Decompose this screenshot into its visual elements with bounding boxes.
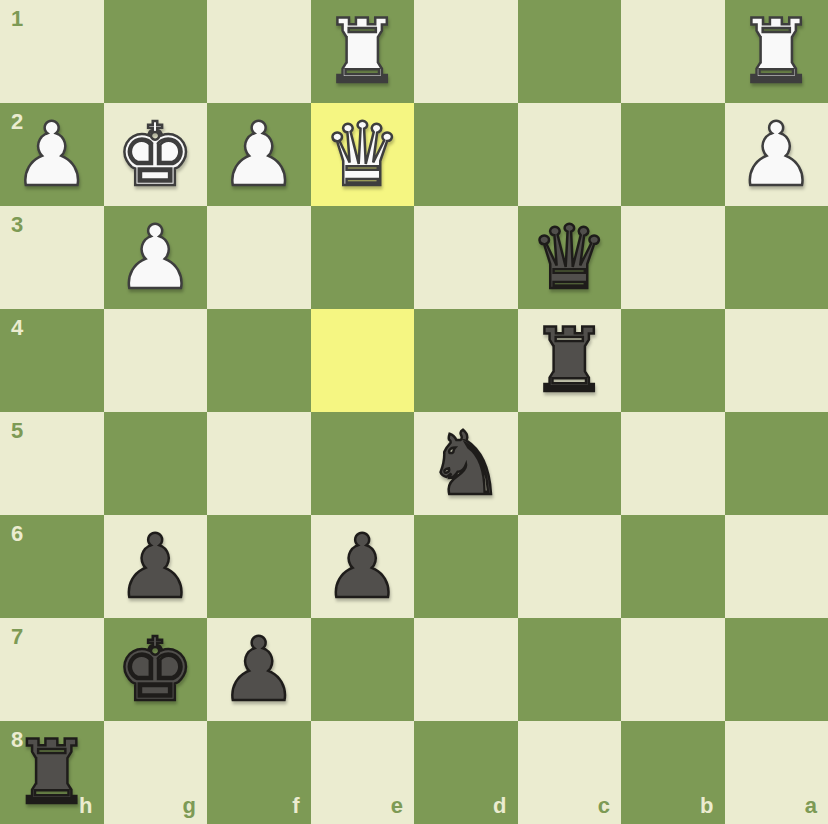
white-rook[interactable]: ♜ <box>737 8 816 96</box>
square-g4[interactable] <box>104 309 208 412</box>
square-e6[interactable]: ♟ <box>311 515 415 618</box>
black-rook[interactable]: ♜ <box>530 317 609 405</box>
square-a1[interactable]: ♜ <box>725 0 828 103</box>
square-c6[interactable] <box>518 515 622 618</box>
square-h5[interactable]: 5 <box>0 412 104 515</box>
square-d5[interactable]: ♞ <box>414 412 518 515</box>
square-c2[interactable] <box>518 103 622 206</box>
square-b3[interactable] <box>621 206 725 309</box>
square-c8[interactable]: c <box>518 721 622 824</box>
square-f1[interactable] <box>207 0 311 103</box>
rank-label-6: 6 <box>11 521 23 547</box>
square-c4[interactable]: ♜ <box>518 309 622 412</box>
square-d6[interactable] <box>414 515 518 618</box>
black-pawn[interactable]: ♟ <box>116 523 195 611</box>
square-a6[interactable] <box>725 515 828 618</box>
file-label-c: c <box>598 793 610 819</box>
square-h1[interactable]: 1 <box>0 0 104 103</box>
white-king[interactable]: ♚ <box>116 111 195 199</box>
square-f8[interactable]: f <box>207 721 311 824</box>
square-e5[interactable] <box>311 412 415 515</box>
square-c1[interactable] <box>518 0 622 103</box>
square-b5[interactable] <box>621 412 725 515</box>
square-g6[interactable]: ♟ <box>104 515 208 618</box>
square-a3[interactable] <box>725 206 828 309</box>
square-h3[interactable]: 3 <box>0 206 104 309</box>
square-b8[interactable]: b <box>621 721 725 824</box>
white-pawn[interactable]: ♟ <box>219 111 298 199</box>
square-e1[interactable]: ♜ <box>311 0 415 103</box>
square-d4[interactable] <box>414 309 518 412</box>
chess-board: 1♜♜2♟♚♟♛♟3♟♛4♜5♞6♟♟7♚♟8h♜gfedcba <box>0 0 828 824</box>
square-f4[interactable] <box>207 309 311 412</box>
file-label-d: d <box>493 793 506 819</box>
black-pawn[interactable]: ♟ <box>219 626 298 714</box>
square-b1[interactable] <box>621 0 725 103</box>
square-h2[interactable]: 2♟ <box>0 103 104 206</box>
square-f7[interactable]: ♟ <box>207 618 311 721</box>
square-d3[interactable] <box>414 206 518 309</box>
white-pawn[interactable]: ♟ <box>737 111 816 199</box>
rank-label-1: 1 <box>11 6 23 32</box>
file-label-e: e <box>391 793 403 819</box>
rank-label-7: 7 <box>11 624 23 650</box>
square-g7[interactable]: ♚ <box>104 618 208 721</box>
rank-label-4: 4 <box>11 315 23 341</box>
square-h7[interactable]: 7 <box>0 618 104 721</box>
square-e3[interactable] <box>311 206 415 309</box>
white-pawn[interactable]: ♟ <box>12 111 91 199</box>
file-label-f: f <box>292 793 299 819</box>
square-h8[interactable]: 8h♜ <box>0 721 104 824</box>
file-label-g: g <box>183 793 196 819</box>
square-b2[interactable] <box>621 103 725 206</box>
square-g5[interactable] <box>104 412 208 515</box>
square-b6[interactable] <box>621 515 725 618</box>
square-b4[interactable] <box>621 309 725 412</box>
black-rook[interactable]: ♜ <box>12 729 91 817</box>
square-e4[interactable] <box>311 309 415 412</box>
square-g3[interactable]: ♟ <box>104 206 208 309</box>
square-a4[interactable] <box>725 309 828 412</box>
square-e7[interactable] <box>311 618 415 721</box>
black-king[interactable]: ♚ <box>116 626 195 714</box>
square-f3[interactable] <box>207 206 311 309</box>
square-f6[interactable] <box>207 515 311 618</box>
square-h4[interactable]: 4 <box>0 309 104 412</box>
rank-label-5: 5 <box>11 418 23 444</box>
white-queen[interactable]: ♛ <box>323 111 402 199</box>
square-g1[interactable] <box>104 0 208 103</box>
square-d8[interactable]: d <box>414 721 518 824</box>
square-d7[interactable] <box>414 618 518 721</box>
black-knight[interactable]: ♞ <box>426 420 505 508</box>
square-f5[interactable] <box>207 412 311 515</box>
square-a8[interactable]: a <box>725 721 828 824</box>
square-c7[interactable] <box>518 618 622 721</box>
square-c5[interactable] <box>518 412 622 515</box>
square-e2[interactable]: ♛ <box>311 103 415 206</box>
file-label-a: a <box>805 793 817 819</box>
white-rook[interactable]: ♜ <box>323 8 402 96</box>
black-pawn[interactable]: ♟ <box>323 523 402 611</box>
square-g2[interactable]: ♚ <box>104 103 208 206</box>
square-h6[interactable]: 6 <box>0 515 104 618</box>
file-label-b: b <box>700 793 713 819</box>
white-pawn[interactable]: ♟ <box>116 214 195 302</box>
square-a2[interactable]: ♟ <box>725 103 828 206</box>
square-a5[interactable] <box>725 412 828 515</box>
square-d2[interactable] <box>414 103 518 206</box>
square-g8[interactable]: g <box>104 721 208 824</box>
rank-label-3: 3 <box>11 212 23 238</box>
square-d1[interactable] <box>414 0 518 103</box>
square-c3[interactable]: ♛ <box>518 206 622 309</box>
square-a7[interactable] <box>725 618 828 721</box>
square-e8[interactable]: e <box>311 721 415 824</box>
square-b7[interactable] <box>621 618 725 721</box>
black-queen[interactable]: ♛ <box>530 214 609 302</box>
square-f2[interactable]: ♟ <box>207 103 311 206</box>
